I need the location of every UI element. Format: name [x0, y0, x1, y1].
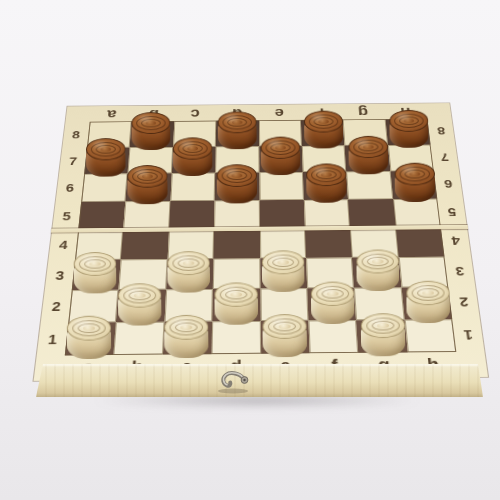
square-h2[interactable] — [401, 287, 452, 319]
file-label-top-g: g — [342, 104, 385, 120]
square-d8[interactable] — [216, 120, 259, 146]
piece-center-dome — [142, 173, 153, 178]
checker-dark-d6[interactable] — [216, 164, 257, 204]
checkers-board: abcdefgh8877665544332211abcdefgh — [34, 103, 488, 381]
rank-label-text: 6 — [443, 178, 453, 191]
file-label-top-e: e — [258, 104, 300, 120]
rank-label-text: 1 — [463, 327, 474, 343]
file-label-text: g — [358, 104, 369, 119]
square-f8[interactable] — [301, 120, 345, 146]
checker-light-e1[interactable] — [263, 314, 308, 358]
piece-center-dome — [404, 118, 414, 123]
square-e5[interactable] — [259, 199, 305, 228]
square-b4[interactable] — [121, 229, 169, 259]
piece-center-dome — [83, 325, 95, 331]
piece-top — [407, 280, 451, 305]
square-b8[interactable] — [130, 121, 174, 147]
square-f4[interactable] — [305, 228, 352, 258]
latch-clasp-icon — [216, 369, 254, 395]
checker-light-b2[interactable] — [118, 283, 162, 326]
square-a7[interactable] — [84, 147, 130, 174]
checker-light-e3[interactable] — [262, 250, 305, 292]
square-f6[interactable] — [303, 172, 349, 200]
piece-top — [306, 163, 346, 186]
checker-light-f2[interactable] — [310, 281, 354, 324]
square-d4[interactable] — [214, 228, 260, 258]
piece-center-dome — [372, 259, 383, 264]
checker-dark-b8[interactable] — [131, 112, 170, 150]
square-a6[interactable] — [81, 174, 128, 202]
square-d6[interactable] — [215, 172, 260, 200]
square-e3[interactable] — [260, 258, 307, 289]
piece-top — [304, 110, 343, 132]
rank-label-left-3: 3 — [45, 260, 75, 291]
rank-label-text: 3 — [55, 268, 65, 283]
file-label-top-a: a — [90, 106, 133, 122]
piece-top — [218, 111, 257, 133]
square-c1[interactable] — [163, 321, 213, 355]
rank-label-text: 4 — [451, 234, 461, 248]
rank-label-text: 8 — [436, 125, 445, 137]
square-e1[interactable] — [260, 320, 309, 354]
piece-top — [395, 162, 435, 185]
rank-label-text: 7 — [440, 151, 450, 164]
rank-label-text: 3 — [454, 264, 465, 279]
square-c6[interactable] — [170, 173, 215, 201]
board-scene: abcdefgh8877665544332211abcdefgh — [51, 62, 469, 398]
square-g1[interactable] — [356, 319, 407, 353]
checker-dark-c7[interactable] — [173, 137, 213, 176]
piece-top — [127, 165, 167, 188]
piece-top — [118, 283, 162, 308]
rank-label-right-1: 1 — [452, 319, 484, 352]
piece-center-dome — [410, 171, 421, 176]
rank-label-text: 1 — [47, 331, 58, 347]
checker-light-c1[interactable] — [164, 315, 209, 359]
checker-dark-h6[interactable] — [395, 162, 436, 202]
checker-light-g1[interactable] — [361, 313, 406, 357]
checker-dark-f8[interactable] — [304, 110, 343, 148]
square-a3[interactable] — [72, 259, 121, 290]
square-g6[interactable] — [346, 171, 392, 199]
rank-label-text: 2 — [51, 299, 61, 314]
file-label-text: c — [191, 106, 201, 121]
piece-center-dome — [89, 261, 100, 266]
rank-label-left-1: 1 — [37, 322, 69, 355]
piece-center-dome — [423, 290, 435, 295]
square-d1[interactable] — [212, 321, 261, 355]
square-b6[interactable] — [126, 173, 172, 201]
checker-dark-f6[interactable] — [306, 163, 347, 203]
piece-center-dome — [318, 119, 328, 124]
piece-center-dome — [326, 291, 338, 296]
file-label-top-c: c — [174, 105, 217, 121]
rank-label-right-4: 4 — [441, 227, 471, 257]
piece-center-dome — [230, 292, 242, 297]
checker-light-a3[interactable] — [73, 252, 116, 294]
checker-light-g3[interactable] — [356, 249, 399, 291]
piece-top — [390, 109, 429, 131]
piece-center-dome — [146, 120, 156, 125]
board-front-edge — [36, 364, 483, 397]
piece-top — [216, 164, 256, 187]
square-g3[interactable] — [352, 257, 401, 288]
piece-top — [310, 281, 354, 306]
piece-center-dome — [232, 120, 242, 125]
rank-label-right-6: 6 — [434, 171, 463, 199]
rank-label-text: 4 — [58, 238, 68, 252]
rank-label-text: 2 — [458, 295, 469, 310]
rank-label-text: 5 — [62, 209, 72, 223]
rank-label-right-2: 2 — [448, 287, 479, 319]
square-h4[interactable] — [395, 227, 444, 257]
rank-label-text: 8 — [72, 128, 81, 140]
checker-dark-b6[interactable] — [127, 165, 168, 205]
piece-center-dome — [100, 147, 111, 152]
square-c5[interactable] — [169, 200, 215, 229]
square-e6[interactable] — [259, 172, 304, 200]
square-b1[interactable] — [114, 321, 165, 355]
checker-dark-h8[interactable] — [390, 109, 429, 147]
checker-dark-d8[interactable] — [218, 111, 257, 149]
piece-top — [73, 252, 116, 276]
square-h8[interactable] — [385, 119, 430, 145]
rank-label-right-8: 8 — [427, 119, 455, 145]
piece-top — [131, 112, 170, 134]
square-h5[interactable] — [393, 198, 441, 227]
piece-top — [214, 282, 258, 307]
rank-label-text: 7 — [68, 154, 77, 167]
square-b2[interactable] — [116, 289, 166, 321]
square-e7[interactable] — [259, 146, 303, 173]
square-b5[interactable] — [124, 201, 171, 230]
rank-label-text: 6 — [65, 181, 75, 194]
checker-dark-e7[interactable] — [261, 136, 301, 175]
square-g5[interactable] — [348, 199, 395, 228]
piece-center-dome — [231, 173, 242, 178]
rank-label-left-6: 6 — [56, 174, 84, 202]
square-c3[interactable] — [166, 258, 214, 289]
square-a5[interactable] — [78, 201, 126, 230]
rank-label-right-5: 5 — [437, 198, 467, 227]
frame-corner-tl — [66, 106, 92, 122]
piece-top — [66, 316, 111, 341]
checker-light-c3[interactable] — [168, 251, 211, 293]
checker-light-d2[interactable] — [214, 282, 258, 325]
rank-label-left-5: 5 — [52, 201, 81, 230]
checker-light-a1[interactable] — [66, 316, 111, 360]
piece-top — [86, 138, 126, 161]
square-g7[interactable] — [345, 145, 390, 172]
square-h1[interactable] — [404, 319, 456, 353]
checker-dark-a7[interactable] — [86, 138, 126, 177]
rank-label-text: 5 — [447, 205, 457, 219]
square-f1[interactable] — [308, 320, 358, 354]
piece-center-dome — [377, 323, 389, 329]
frame-corner-tr — [425, 103, 451, 119]
piece-center-dome — [134, 292, 146, 297]
piece-center-dome — [320, 172, 331, 177]
square-f5[interactable] — [304, 199, 350, 228]
square-a1[interactable] — [65, 322, 117, 356]
piece-center-dome — [363, 145, 374, 150]
square-h6[interactable] — [390, 171, 437, 199]
square-f2[interactable] — [307, 288, 356, 320]
square-d5[interactable] — [214, 200, 259, 229]
square-c7[interactable] — [172, 146, 216, 173]
file-label-text: a — [106, 106, 117, 121]
checker-dark-g7[interactable] — [348, 136, 388, 175]
square-d2[interactable] — [212, 289, 260, 321]
file-label-text: e — [275, 105, 285, 120]
rank-label-left-7: 7 — [59, 147, 87, 174]
checker-light-h2[interactable] — [407, 280, 451, 323]
